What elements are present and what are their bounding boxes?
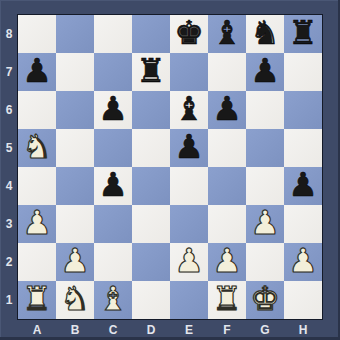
square-d4[interactable]: [132, 167, 170, 205]
piece-black-pawn-c6[interactable]: ♟: [98, 90, 128, 128]
piece-black-bishop-e6[interactable]: ♝: [174, 90, 204, 128]
square-c6[interactable]: ♟: [94, 91, 132, 129]
square-f8[interactable]: ♝: [208, 15, 246, 53]
square-f3[interactable]: [208, 205, 246, 243]
square-d1[interactable]: [132, 281, 170, 319]
piece-white-king-g1[interactable]: ♚: [250, 280, 280, 318]
square-h6[interactable]: [284, 91, 322, 129]
square-e1[interactable]: [170, 281, 208, 319]
square-f6[interactable]: ♟: [208, 91, 246, 129]
piece-white-pawn-g3[interactable]: ♟: [250, 204, 280, 242]
square-a5[interactable]: ♞: [18, 129, 56, 167]
square-a1[interactable]: ♜: [18, 281, 56, 319]
square-h4[interactable]: ♟: [284, 167, 322, 205]
square-e2[interactable]: ♟: [170, 243, 208, 281]
square-h7[interactable]: [284, 53, 322, 91]
square-e8[interactable]: ♚: [170, 15, 208, 53]
square-b2[interactable]: ♟: [56, 243, 94, 281]
square-g2[interactable]: [246, 243, 284, 281]
square-d6[interactable]: [132, 91, 170, 129]
piece-black-bishop-f8[interactable]: ♝: [212, 14, 242, 52]
square-b6[interactable]: [56, 91, 94, 129]
rank-label-3: 3: [0, 205, 18, 243]
square-d7[interactable]: ♜: [132, 53, 170, 91]
file-label-b: B: [56, 319, 94, 340]
piece-black-rook-h8[interactable]: ♜: [288, 14, 318, 52]
square-b7[interactable]: [56, 53, 94, 91]
piece-white-bishop-c1[interactable]: ♝: [98, 280, 128, 318]
piece-black-pawn-g7[interactable]: ♟: [250, 52, 280, 90]
square-d8[interactable]: [132, 15, 170, 53]
square-b8[interactable]: [56, 15, 94, 53]
piece-black-pawn-h4[interactable]: ♟: [288, 166, 318, 204]
square-f5[interactable]: [208, 129, 246, 167]
square-e3[interactable]: [170, 205, 208, 243]
square-c3[interactable]: [94, 205, 132, 243]
rank-label-8: 8: [0, 15, 18, 53]
piece-black-pawn-a7[interactable]: ♟: [22, 52, 52, 90]
file-label-g: G: [246, 319, 284, 340]
square-g7[interactable]: ♟: [246, 53, 284, 91]
piece-black-pawn-c4[interactable]: ♟: [98, 166, 128, 204]
square-c2[interactable]: [94, 243, 132, 281]
square-e4[interactable]: [170, 167, 208, 205]
square-f7[interactable]: [208, 53, 246, 91]
square-a6[interactable]: [18, 91, 56, 129]
piece-white-pawn-h2[interactable]: ♟: [288, 242, 318, 280]
square-h3[interactable]: [284, 205, 322, 243]
rank-label-1: 1: [0, 281, 18, 319]
square-f2[interactable]: ♟: [208, 243, 246, 281]
file-label-e: E: [170, 319, 208, 340]
file-label-h: H: [284, 319, 322, 340]
piece-white-pawn-b2[interactable]: ♟: [60, 242, 90, 280]
square-c4[interactable]: ♟: [94, 167, 132, 205]
square-g8[interactable]: ♞: [246, 15, 284, 53]
rank-label-5: 5: [0, 129, 18, 167]
square-a8[interactable]: [18, 15, 56, 53]
square-e5[interactable]: ♟: [170, 129, 208, 167]
square-c8[interactable]: [94, 15, 132, 53]
piece-white-rook-a1[interactable]: ♜: [22, 280, 52, 318]
square-b4[interactable]: [56, 167, 94, 205]
file-label-a: A: [18, 319, 56, 340]
piece-black-knight-g8[interactable]: ♞: [250, 14, 280, 52]
piece-white-rook-f1[interactable]: ♜: [212, 280, 242, 318]
square-f1[interactable]: ♜: [208, 281, 246, 319]
square-c7[interactable]: [94, 53, 132, 91]
square-a4[interactable]: [18, 167, 56, 205]
square-c5[interactable]: [94, 129, 132, 167]
piece-white-pawn-a3[interactable]: ♟: [22, 204, 52, 242]
square-g5[interactable]: [246, 129, 284, 167]
square-h2[interactable]: ♟: [284, 243, 322, 281]
square-a3[interactable]: ♟: [18, 205, 56, 243]
rank-label-6: 6: [0, 91, 18, 129]
piece-black-pawn-f6[interactable]: ♟: [212, 90, 242, 128]
square-b5[interactable]: [56, 129, 94, 167]
square-f4[interactable]: [208, 167, 246, 205]
file-label-d: D: [132, 319, 170, 340]
square-g6[interactable]: [246, 91, 284, 129]
square-d3[interactable]: [132, 205, 170, 243]
square-b3[interactable]: [56, 205, 94, 243]
square-d5[interactable]: [132, 129, 170, 167]
rank-label-2: 2: [0, 243, 18, 281]
piece-white-knight-a5[interactable]: ♞: [22, 128, 52, 166]
square-c1[interactable]: ♝: [94, 281, 132, 319]
square-g4[interactable]: [246, 167, 284, 205]
square-g1[interactable]: ♚: [246, 281, 284, 319]
chess-board: ♚♝♞♜♟♜♟♟♝♟♞♟♟♟♟♟♟♟♟♟♜♞♝♜♚: [18, 15, 322, 319]
chess-diagram-frame: ♚♝♞♜♟♜♟♟♝♟♞♟♟♟♟♟♟♟♟♟♜♞♝♜♚ 87654321 ABCDE…: [0, 0, 340, 340]
piece-black-pawn-e5[interactable]: ♟: [174, 128, 204, 166]
square-h1[interactable]: [284, 281, 322, 319]
piece-black-rook-d7[interactable]: ♜: [136, 52, 166, 90]
square-e7[interactable]: [170, 53, 208, 91]
file-label-c: C: [94, 319, 132, 340]
piece-white-pawn-f2[interactable]: ♟: [212, 242, 242, 280]
piece-black-king-e8[interactable]: ♚: [174, 14, 204, 52]
square-b1[interactable]: ♞: [56, 281, 94, 319]
square-g3[interactable]: ♟: [246, 205, 284, 243]
piece-white-pawn-e2[interactable]: ♟: [174, 242, 204, 280]
square-a2[interactable]: [18, 243, 56, 281]
rank-label-7: 7: [0, 53, 18, 91]
file-label-f: F: [208, 319, 246, 340]
square-d2[interactable]: [132, 243, 170, 281]
square-a7[interactable]: ♟: [18, 53, 56, 91]
square-e6[interactable]: ♝: [170, 91, 208, 129]
piece-white-knight-b1[interactable]: ♞: [60, 280, 90, 318]
rank-label-4: 4: [0, 167, 18, 205]
square-h8[interactable]: ♜: [284, 15, 322, 53]
square-h5[interactable]: [284, 129, 322, 167]
